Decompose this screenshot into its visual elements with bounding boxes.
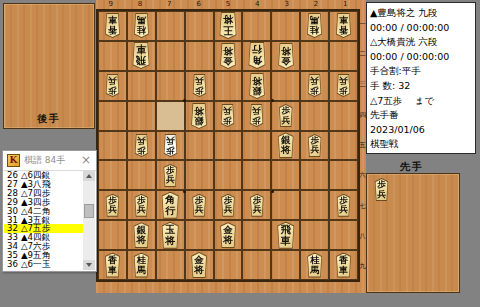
square-8-2: 飛車 (127, 41, 156, 71)
board-grid: 香車桂馬王将桂馬香車飛車金将角行金将歩兵歩兵銀将歩兵歩兵銀将歩兵歩兵歩兵歩兵歩兵… (96, 9, 360, 282)
sente-tray-label: 先手 (366, 160, 458, 174)
square-7-7: 角行 (156, 190, 185, 220)
square-2-2 (300, 41, 329, 71)
square-1-4 (329, 101, 358, 131)
square-5-7: 歩兵 (214, 190, 243, 220)
sente-piece-歩兵: 歩兵 (218, 194, 237, 217)
sente-hand-pieces: 歩兵 (372, 178, 391, 201)
star-point (271, 190, 274, 193)
gote-piece-歩兵: 歩兵 (218, 104, 237, 127)
square-3-2: 金将 (271, 41, 300, 71)
gote-piece-金将: 金将 (217, 43, 239, 69)
gote-piece-歩兵: 歩兵 (161, 134, 180, 157)
square-7-6: 歩兵 (156, 160, 185, 190)
rank-label-六: 六 (359, 161, 366, 191)
star-point (183, 99, 186, 102)
file-label-2: 2 (301, 0, 330, 9)
file-label-3: 3 (272, 0, 301, 9)
square-6-1 (185, 11, 214, 41)
rank-label-七: 七 (359, 191, 366, 221)
star-point (183, 190, 186, 193)
info-line-5: 手 数: 32 (370, 79, 473, 94)
square-4-9 (242, 250, 271, 280)
square-5-4: 歩兵 (214, 101, 243, 131)
square-9-2 (98, 41, 127, 71)
rank-coordinates: 一二三四五六七八九 (359, 9, 366, 282)
square-2-7 (300, 190, 329, 220)
file-label-4: 4 (243, 0, 272, 9)
rank-label-三: 三 (359, 70, 366, 100)
square-3-7 (271, 190, 300, 220)
info-line-3: 00:00 / 00:00:00 (370, 50, 473, 65)
square-8-3 (127, 71, 156, 101)
gote-piece-桂馬: 桂馬 (131, 13, 152, 38)
square-2-4 (300, 101, 329, 131)
square-1-3: 歩兵 (329, 71, 358, 101)
square-2-8 (300, 220, 329, 250)
kifu-scrollbar[interactable] (83, 171, 95, 270)
gote-piece-歩兵: 歩兵 (103, 74, 122, 97)
square-4-1 (242, 11, 271, 41)
square-2-6 (300, 160, 329, 190)
info-line-0: ▲豊島将之 九段 (370, 6, 473, 21)
sente-piece-歩兵: 歩兵 (103, 194, 122, 217)
square-2-5: 歩兵 (300, 131, 329, 161)
rank-label-四: 四 (359, 100, 366, 130)
kifu-window-title: 棋譜 84手 (24, 154, 65, 167)
star-point (271, 99, 274, 102)
game-info-panel: ▲豊島将之 九段00:00 / 00:00:00△大橋貴洸 六段00:00 / … (366, 2, 476, 154)
sente-piece-歩兵: 歩兵 (276, 104, 295, 127)
sente-piece-歩兵: 歩兵 (305, 134, 324, 157)
rank-label-五: 五 (359, 130, 366, 160)
gote-piece-角行: 角行 (245, 42, 269, 69)
square-4-4: 歩兵 (242, 101, 271, 131)
sente-piece-桂馬: 桂馬 (131, 253, 152, 278)
square-5-1: 王将 (214, 11, 243, 41)
square-3-3 (271, 71, 300, 101)
square-5-5 (214, 131, 243, 161)
square-7-1 (156, 11, 185, 41)
gote-piece-桂馬: 桂馬 (304, 13, 325, 38)
gote-piece-香車: 香車 (333, 13, 354, 38)
gote-piece-歩兵: 歩兵 (334, 74, 353, 97)
square-4-7: 歩兵 (242, 190, 271, 220)
file-label-7: 7 (155, 0, 184, 9)
square-3-1 (271, 11, 300, 41)
sente-piece-歩兵: 歩兵 (161, 164, 180, 187)
square-5-6 (214, 160, 243, 190)
square-1-2 (329, 41, 358, 71)
info-line-6: △7五歩 まで (370, 94, 473, 109)
gote-tray-label: 後手 (4, 112, 94, 126)
gote-piece-王将: 王将 (216, 12, 240, 39)
square-9-3: 歩兵 (98, 71, 127, 101)
square-2-3: 歩兵 (300, 71, 329, 101)
square-1-5 (329, 131, 358, 161)
square-5-3 (214, 71, 243, 101)
file-label-8: 8 (125, 0, 154, 9)
file-label-6: 6 (184, 0, 213, 9)
gote-piece-歩兵: 歩兵 (132, 134, 151, 157)
gote-piece-銀将: 銀将 (246, 73, 268, 99)
sente-piece-歩兵: 歩兵 (372, 178, 391, 201)
info-line-1: 00:00 / 00:00:00 (370, 21, 473, 36)
square-4-2: 角行 (242, 41, 271, 71)
info-line-9: 棋聖戦 (370, 137, 473, 152)
square-4-5 (242, 131, 271, 161)
kifu-move-list: 26△6四銀27▲3八飛28△7四歩29▲3四歩30△4二角31▲3五銀32△7… (4, 171, 83, 270)
gote-piece-金将: 金将 (275, 43, 297, 69)
square-3-8: 飛車 (271, 220, 300, 250)
gote-piece-歩兵: 歩兵 (190, 74, 209, 97)
gote-piece-飛車: 飛車 (129, 42, 153, 69)
gote-piece-歩兵: 歩兵 (247, 104, 266, 127)
file-label-1: 1 (331, 0, 360, 9)
square-8-4 (127, 101, 156, 131)
kifu-window: K 棋譜 84手 × 26△6四銀27▲3八飛28△7四歩29▲3四歩30△4二… (2, 150, 97, 272)
gote-piece-銀将: 銀将 (188, 103, 210, 129)
sente-piece-銀将: 銀将 (130, 222, 152, 248)
square-9-8 (98, 220, 127, 250)
square-8-8: 銀将 (127, 220, 156, 250)
square-6-3: 歩兵 (185, 71, 214, 101)
sente-piece-香車: 香車 (102, 253, 123, 278)
square-1-6 (329, 160, 358, 190)
sente-piece-香車: 香車 (333, 253, 354, 278)
square-9-9: 香車 (98, 250, 127, 280)
square-6-5 (185, 131, 214, 161)
square-8-5: 歩兵 (127, 131, 156, 161)
square-8-1: 桂馬 (127, 11, 156, 41)
file-label-5: 5 (213, 0, 242, 9)
square-9-4 (98, 101, 127, 131)
square-8-9: 桂馬 (127, 250, 156, 280)
sente-piece-歩兵: 歩兵 (247, 194, 266, 217)
info-line-8: 2023/01/06 (370, 123, 473, 138)
square-9-1: 香車 (98, 11, 127, 41)
square-8-7: 歩兵 (127, 190, 156, 220)
sente-piece-銀将: 銀将 (275, 132, 297, 158)
square-3-5: 銀将 (271, 131, 300, 161)
square-4-6 (242, 160, 271, 190)
square-3-4: 歩兵 (271, 101, 300, 131)
square-7-5: 歩兵 (156, 131, 185, 161)
kifu-app-icon: K (7, 154, 20, 167)
kifu-titlebar: K 棋譜 84手 × (3, 151, 96, 171)
info-line-4: 手合割:平手 (370, 64, 473, 79)
square-4-8 (242, 220, 271, 250)
square-1-8 (329, 220, 358, 250)
square-1-1: 香車 (329, 11, 358, 41)
shogi-board: 987654321 一二三四五六七八九 香車桂馬王将桂馬香車飛車金将角行金将歩兵… (96, 0, 366, 293)
rank-label-二: 二 (359, 39, 366, 69)
rank-label-一: 一 (359, 9, 366, 39)
square-6-8 (185, 220, 214, 250)
square-7-8: 玉将 (156, 220, 185, 250)
sente-piece-玉将: 玉将 (158, 222, 182, 249)
file-coordinates: 987654321 (96, 0, 360, 9)
sente-piece-金将: 金将 (217, 222, 239, 248)
square-5-2: 金将 (214, 41, 243, 71)
scrollbar-thumb[interactable] (84, 204, 94, 218)
square-7-4 (156, 101, 185, 131)
sente-captured-tray: 歩兵 (366, 173, 460, 293)
scroll-up-icon[interactable] (83, 171, 95, 181)
info-line-7: 先手番 (370, 108, 473, 123)
sente-piece-桂馬: 桂馬 (304, 253, 325, 278)
square-9-5 (98, 131, 127, 161)
gote-piece-香車: 香車 (102, 13, 123, 38)
close-icon[interactable]: × (81, 153, 91, 167)
info-line-2: △大橋貴洸 六段 (370, 35, 473, 50)
square-6-4: 銀将 (185, 101, 214, 131)
square-9-6 (98, 160, 127, 190)
square-6-6 (185, 160, 214, 190)
rank-label-九: 九 (359, 252, 366, 282)
square-3-6 (271, 160, 300, 190)
gote-piece-歩兵: 歩兵 (305, 74, 324, 97)
square-1-9: 香車 (329, 250, 358, 280)
scroll-down-icon[interactable] (83, 260, 95, 270)
square-3-9 (271, 250, 300, 280)
square-8-6 (127, 160, 156, 190)
square-1-7: 歩兵 (329, 190, 358, 220)
square-2-9: 桂馬 (300, 250, 329, 280)
square-2-1: 桂馬 (300, 11, 329, 41)
kifu-move-row-36[interactable]: 36△6一玉 (4, 260, 83, 269)
square-4-3: 銀将 (242, 71, 271, 101)
gote-captured-tray: 後手 (3, 3, 95, 129)
square-6-2 (185, 41, 214, 71)
square-9-7: 歩兵 (98, 190, 127, 220)
sente-piece-歩兵: 歩兵 (190, 194, 209, 217)
rank-label-八: 八 (359, 221, 366, 251)
square-6-9: 金将 (185, 250, 214, 280)
square-5-8: 金将 (214, 220, 243, 250)
app-window: 後手 987654321 一二三四五六七八九 香車桂馬王将桂馬香車飛車金将角行金… (0, 0, 480, 307)
square-7-2 (156, 41, 185, 71)
square-7-3 (156, 71, 185, 101)
square-5-9 (214, 250, 243, 280)
sente-piece-歩兵: 歩兵 (334, 194, 353, 217)
sente-piece-角行: 角行 (158, 192, 182, 219)
square-6-7: 歩兵 (185, 190, 214, 220)
sente-piece-飛車: 飛車 (274, 222, 298, 249)
sente-piece-歩兵: 歩兵 (132, 194, 151, 217)
square-7-9 (156, 250, 185, 280)
file-label-9: 9 (96, 0, 125, 9)
sente-piece-金将: 金将 (188, 252, 210, 278)
